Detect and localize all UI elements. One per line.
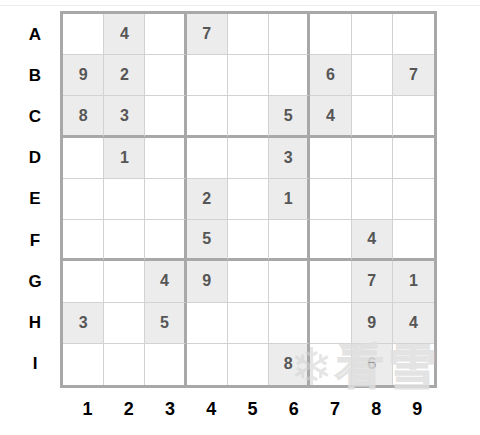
cell-I8[interactable]: 6 <box>352 344 393 385</box>
cell-A2[interactable]: 4 <box>104 14 145 55</box>
cell-F4[interactable]: 5 <box>187 220 228 261</box>
col-label-5: 5 <box>232 392 273 426</box>
cell-F9[interactable] <box>393 220 434 261</box>
cell-C4[interactable] <box>187 96 228 137</box>
cell-C1[interactable]: 8 <box>63 96 104 137</box>
cell-A1[interactable] <box>63 14 104 55</box>
cell-H8[interactable]: 9 <box>352 303 393 344</box>
cell-G5[interactable] <box>228 261 269 302</box>
cell-I7[interactable] <box>310 344 351 385</box>
cell-F7[interactable] <box>310 220 351 261</box>
cell-E2[interactable] <box>104 179 145 220</box>
cell-G1[interactable] <box>63 261 104 302</box>
col-label-6: 6 <box>273 392 314 426</box>
cell-D7[interactable] <box>310 138 351 179</box>
cell-G8[interactable]: 7 <box>352 261 393 302</box>
cell-G6[interactable] <box>269 261 310 302</box>
col-label-8: 8 <box>356 392 397 426</box>
cell-G3[interactable]: 4 <box>145 261 186 302</box>
cell-E5[interactable] <box>228 179 269 220</box>
cell-F8[interactable]: 4 <box>352 220 393 261</box>
cell-H1[interactable]: 3 <box>63 303 104 344</box>
cell-B5[interactable] <box>228 55 269 96</box>
cell-E8[interactable] <box>352 179 393 220</box>
cell-B1[interactable]: 9 <box>63 55 104 96</box>
cell-D5[interactable] <box>228 138 269 179</box>
cell-E1[interactable] <box>63 179 104 220</box>
cell-D4[interactable] <box>187 138 228 179</box>
cell-C5[interactable] <box>228 96 269 137</box>
cell-I5[interactable] <box>228 344 269 385</box>
cell-A6[interactable] <box>269 14 310 55</box>
cell-C8[interactable] <box>352 96 393 137</box>
cell-F2[interactable] <box>104 220 145 261</box>
cell-E7[interactable] <box>310 179 351 220</box>
cell-D1[interactable] <box>63 138 104 179</box>
cell-A3[interactable] <box>145 14 186 55</box>
cell-A8[interactable] <box>352 14 393 55</box>
cell-H3[interactable]: 5 <box>145 303 186 344</box>
cell-I1[interactable] <box>63 344 104 385</box>
cell-A7[interactable] <box>310 14 351 55</box>
cell-D6[interactable]: 3 <box>269 138 310 179</box>
cell-A4[interactable]: 7 <box>187 14 228 55</box>
cell-H6[interactable] <box>269 303 310 344</box>
cell-G2[interactable] <box>104 261 145 302</box>
cell-B4[interactable] <box>187 55 228 96</box>
col-label-1: 1 <box>67 392 108 426</box>
col-labels: 123456789 <box>67 392 438 426</box>
cell-B9[interactable]: 7 <box>393 55 434 96</box>
cell-B8[interactable] <box>352 55 393 96</box>
cell-C2[interactable]: 3 <box>104 96 145 137</box>
cell-D9[interactable] <box>393 138 434 179</box>
cell-D8[interactable] <box>352 138 393 179</box>
sudoku-board: 47926783541321544971359486 <box>60 11 437 388</box>
cell-I2[interactable] <box>104 344 145 385</box>
cell-D2[interactable]: 1 <box>104 138 145 179</box>
cell-G9[interactable]: 1 <box>393 261 434 302</box>
cell-F6[interactable] <box>269 220 310 261</box>
cell-B3[interactable] <box>145 55 186 96</box>
top-divider <box>0 5 480 6</box>
cell-I4[interactable] <box>187 344 228 385</box>
cell-A5[interactable] <box>228 14 269 55</box>
cell-E9[interactable] <box>393 179 434 220</box>
sudoku-page: ABCDEFGHI 47926783541321544971359486 123… <box>0 0 480 435</box>
cell-C3[interactable] <box>145 96 186 137</box>
cell-D3[interactable] <box>145 138 186 179</box>
cell-H4[interactable] <box>187 303 228 344</box>
col-label-9: 9 <box>397 392 438 426</box>
cell-I6[interactable]: 8 <box>269 344 310 385</box>
cell-E6[interactable]: 1 <box>269 179 310 220</box>
cell-F5[interactable] <box>228 220 269 261</box>
cell-B6[interactable] <box>269 55 310 96</box>
cell-A9[interactable] <box>393 14 434 55</box>
cell-E4[interactable]: 2 <box>187 179 228 220</box>
cell-H7[interactable] <box>310 303 351 344</box>
cell-H5[interactable] <box>228 303 269 344</box>
cell-I3[interactable] <box>145 344 186 385</box>
cell-H9[interactable]: 4 <box>393 303 434 344</box>
cell-I9[interactable] <box>393 344 434 385</box>
cell-F3[interactable] <box>145 220 186 261</box>
cell-B2[interactable]: 2 <box>104 55 145 96</box>
cell-C9[interactable] <box>393 96 434 137</box>
cell-G4[interactable]: 9 <box>187 261 228 302</box>
col-label-4: 4 <box>191 392 232 426</box>
cell-F1[interactable] <box>63 220 104 261</box>
cell-C7[interactable]: 4 <box>310 96 351 137</box>
cell-B7[interactable]: 6 <box>310 55 351 96</box>
col-label-7: 7 <box>314 392 355 426</box>
col-label-2: 2 <box>108 392 149 426</box>
cell-H2[interactable] <box>104 303 145 344</box>
cell-E3[interactable] <box>145 179 186 220</box>
col-label-3: 3 <box>149 392 190 426</box>
cell-C6[interactable]: 5 <box>269 96 310 137</box>
cell-G7[interactable] <box>310 261 351 302</box>
